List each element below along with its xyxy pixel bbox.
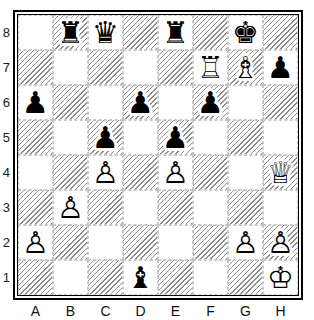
square-c7 bbox=[88, 50, 123, 85]
black-pawn-f6: ♟ bbox=[197, 88, 224, 118]
file-label-c: C bbox=[88, 303, 123, 320]
rank-label-4: 4 bbox=[0, 155, 13, 190]
square-g1 bbox=[228, 260, 263, 295]
square-b8: ♜ bbox=[53, 15, 88, 50]
square-g4 bbox=[228, 155, 263, 190]
square-e2 bbox=[158, 225, 193, 260]
white-pawn-b3: ♙ bbox=[57, 193, 84, 223]
rank-label-7: 7 bbox=[0, 50, 13, 85]
square-e5: ♟ bbox=[158, 120, 193, 155]
white-queen-h4: ♕ bbox=[267, 158, 294, 188]
white-king-h1: ♔ bbox=[267, 263, 294, 293]
white-bishop-g7: ♗ bbox=[232, 53, 259, 83]
square-b1 bbox=[53, 260, 88, 295]
square-f8 bbox=[193, 15, 228, 50]
square-h7: ♟ bbox=[263, 50, 298, 85]
black-pawn-e5: ♟ bbox=[162, 123, 189, 153]
white-pawn-g2: ♙ bbox=[232, 228, 259, 258]
square-d5 bbox=[123, 120, 158, 155]
rank-label-1: 1 bbox=[0, 260, 13, 295]
square-c3 bbox=[88, 190, 123, 225]
square-d3 bbox=[123, 190, 158, 225]
square-b7 bbox=[53, 50, 88, 85]
square-f6: ♟ bbox=[193, 85, 228, 120]
square-e8: ♜ bbox=[158, 15, 193, 50]
square-g7: ♗ bbox=[228, 50, 263, 85]
square-e3 bbox=[158, 190, 193, 225]
square-e1 bbox=[158, 260, 193, 295]
rank-labels: 87654321 bbox=[0, 10, 13, 300]
square-d7 bbox=[123, 50, 158, 85]
black-rook-e8: ♜ bbox=[162, 18, 189, 48]
square-c5: ♟ bbox=[88, 120, 123, 155]
file-label-f: F bbox=[193, 303, 228, 320]
rank-label-2: 2 bbox=[0, 225, 13, 260]
black-pawn-d6: ♟ bbox=[127, 88, 154, 118]
square-d2 bbox=[123, 225, 158, 260]
file-label-a: A bbox=[18, 303, 53, 320]
white-pawn-a2: ♙ bbox=[22, 228, 49, 258]
square-g3 bbox=[228, 190, 263, 225]
square-a6: ♟ bbox=[18, 85, 53, 120]
black-pawn-h7: ♟ bbox=[267, 53, 294, 83]
file-label-h: H bbox=[263, 303, 298, 320]
square-c6 bbox=[88, 85, 123, 120]
square-c2 bbox=[88, 225, 123, 260]
square-a4 bbox=[18, 155, 53, 190]
square-a5 bbox=[18, 120, 53, 155]
square-f4 bbox=[193, 155, 228, 190]
square-b6 bbox=[53, 85, 88, 120]
square-f1 bbox=[193, 260, 228, 295]
square-e6 bbox=[158, 85, 193, 120]
square-h8 bbox=[263, 15, 298, 50]
file-label-b: B bbox=[53, 303, 88, 320]
chess-diagram: 87654321 ♜♛♜♚♖♗♟♟♟♟♟♟♙♙♕♙♙♙♙♝♔ ABCDEFGH bbox=[0, 10, 303, 320]
black-king-g8: ♚ bbox=[232, 18, 259, 48]
board-border: ♜♛♜♚♖♗♟♟♟♟♟♟♙♙♕♙♙♙♙♝♔ bbox=[13, 10, 303, 300]
rank-label-5: 5 bbox=[0, 120, 13, 155]
square-h5 bbox=[263, 120, 298, 155]
file-label-e: E bbox=[158, 303, 193, 320]
square-g2: ♙ bbox=[228, 225, 263, 260]
square-g6 bbox=[228, 85, 263, 120]
square-c8: ♛ bbox=[88, 15, 123, 50]
square-b5 bbox=[53, 120, 88, 155]
black-pawn-c5: ♟ bbox=[92, 123, 119, 153]
square-d4 bbox=[123, 155, 158, 190]
file-label-d: D bbox=[123, 303, 158, 320]
square-h1: ♔ bbox=[263, 260, 298, 295]
square-f2 bbox=[193, 225, 228, 260]
square-a8 bbox=[18, 15, 53, 50]
square-d8 bbox=[123, 15, 158, 50]
square-e4: ♙ bbox=[158, 155, 193, 190]
square-d6: ♟ bbox=[123, 85, 158, 120]
square-g8: ♚ bbox=[228, 15, 263, 50]
white-pawn-h2: ♙ bbox=[267, 228, 294, 258]
white-pawn-e4: ♙ bbox=[162, 158, 189, 188]
square-e7 bbox=[158, 50, 193, 85]
square-d1: ♝ bbox=[123, 260, 158, 295]
square-h4: ♕ bbox=[263, 155, 298, 190]
chess-diagram-page: 87654321 ♜♛♜♚♖♗♟♟♟♟♟♟♙♙♕♙♙♙♙♝♔ ABCDEFGH bbox=[0, 0, 314, 320]
square-a7 bbox=[18, 50, 53, 85]
white-rook-f7: ♖ bbox=[197, 53, 224, 83]
square-a2: ♙ bbox=[18, 225, 53, 260]
rank-label-8: 8 bbox=[0, 15, 13, 50]
black-queen-c8: ♛ bbox=[92, 18, 119, 48]
rank-label-6: 6 bbox=[0, 85, 13, 120]
square-b3: ♙ bbox=[53, 190, 88, 225]
square-c4: ♙ bbox=[88, 155, 123, 190]
square-a3 bbox=[18, 190, 53, 225]
square-g5 bbox=[228, 120, 263, 155]
square-f5 bbox=[193, 120, 228, 155]
square-a1 bbox=[18, 260, 53, 295]
black-rook-b8: ♜ bbox=[57, 18, 84, 48]
square-h3 bbox=[263, 190, 298, 225]
white-pawn-c4: ♙ bbox=[92, 158, 119, 188]
file-label-g: G bbox=[228, 303, 263, 320]
rank-label-3: 3 bbox=[0, 190, 13, 225]
square-f3 bbox=[193, 190, 228, 225]
chess-board: ♜♛♜♚♖♗♟♟♟♟♟♟♙♙♕♙♙♙♙♝♔ bbox=[17, 14, 299, 296]
black-pawn-a6: ♟ bbox=[22, 88, 49, 118]
square-h2: ♙ bbox=[263, 225, 298, 260]
square-h6 bbox=[263, 85, 298, 120]
square-f7: ♖ bbox=[193, 50, 228, 85]
square-b4 bbox=[53, 155, 88, 190]
square-c1 bbox=[88, 260, 123, 295]
black-bishop-d1: ♝ bbox=[127, 263, 154, 293]
square-b2 bbox=[53, 225, 88, 260]
file-labels: ABCDEFGH bbox=[13, 303, 303, 320]
